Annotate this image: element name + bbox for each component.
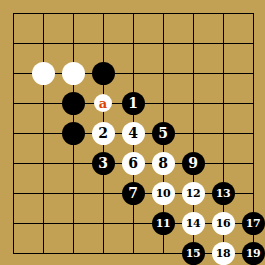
- stone-black-17: 17: [242, 212, 265, 235]
- move-number: 7: [128, 186, 138, 200]
- stone-black-3: 3: [92, 152, 115, 175]
- stone-black-13: 13: [212, 182, 235, 205]
- stone-black: [62, 122, 85, 145]
- board-cell: [13, 193, 43, 223]
- stone-black-15: 15: [182, 242, 205, 265]
- stone-white-10: 10: [152, 182, 175, 205]
- stone-black-11: 11: [152, 212, 175, 235]
- board-cell: [13, 133, 43, 163]
- board-cell: [163, 73, 193, 103]
- move-number: 13: [216, 188, 230, 199]
- move-number: 18: [216, 248, 230, 259]
- move-number: 15: [186, 248, 200, 259]
- move-number: 17: [246, 218, 260, 229]
- board-cell: [73, 193, 103, 223]
- board-cell: [223, 133, 253, 163]
- stone-white-18: 18: [212, 242, 235, 265]
- board-cell: [163, 43, 193, 73]
- stone-white-12: 12: [182, 182, 205, 205]
- board-cell: [193, 13, 223, 43]
- move-number: 12: [186, 188, 200, 199]
- stone-black-9: 9: [182, 152, 205, 175]
- move-number: 14: [186, 218, 200, 229]
- stone-black: [62, 92, 85, 115]
- move-number: 16: [216, 218, 230, 229]
- board-cell: [133, 43, 163, 73]
- board-cell: [13, 13, 43, 43]
- move-number: 6: [128, 156, 138, 170]
- board-cell: [13, 103, 43, 133]
- board-cell: [43, 223, 73, 253]
- move-number: 8: [158, 156, 168, 170]
- board-cell: [13, 163, 43, 193]
- board-cell: [43, 163, 73, 193]
- move-number: 9: [188, 156, 198, 170]
- board-cell: [193, 43, 223, 73]
- board-cell: [223, 43, 253, 73]
- move-number: 2: [98, 126, 108, 140]
- board-cell: [43, 13, 73, 43]
- move-number: 5: [158, 126, 168, 140]
- board-cell: [193, 73, 223, 103]
- move-number: 19: [246, 248, 260, 259]
- board-cell: [13, 223, 43, 253]
- board-cell: [43, 193, 73, 223]
- stone-white-16: 16: [212, 212, 235, 235]
- stone-black-19: 19: [242, 242, 265, 265]
- stone-white-6: 6: [122, 152, 145, 175]
- board-cell: [223, 73, 253, 103]
- move-number: 4: [128, 126, 138, 140]
- point-label-a: a: [94, 94, 112, 112]
- stone-white: [32, 62, 55, 85]
- board-cell: [133, 13, 163, 43]
- stone-white-4: 4: [122, 122, 145, 145]
- board-cell: [73, 223, 103, 253]
- move-number: 11: [156, 218, 170, 229]
- stone-black-5: 5: [152, 122, 175, 145]
- stone-black-7: 7: [122, 182, 145, 205]
- stone-white: [62, 62, 85, 85]
- board-cell: [163, 13, 193, 43]
- board-cell: [103, 13, 133, 43]
- stone-white-14: 14: [182, 212, 205, 235]
- stone-white-8: 8: [152, 152, 175, 175]
- stone-white-2: 2: [92, 122, 115, 145]
- stone-black-1: 1: [122, 92, 145, 115]
- move-number: 1: [128, 96, 138, 110]
- stone-black: [92, 62, 115, 85]
- move-number: 10: [156, 188, 170, 199]
- board-cell: [223, 103, 253, 133]
- board-cell: [103, 223, 133, 253]
- board-cell: [73, 13, 103, 43]
- board-cell: [223, 13, 253, 43]
- move-number: 3: [98, 156, 108, 170]
- board-cell: [193, 103, 223, 133]
- go-board: 12453689710121311141617151819a: [0, 0, 265, 265]
